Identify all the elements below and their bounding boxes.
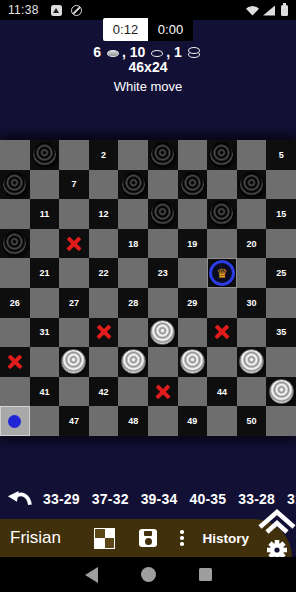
square-29[interactable]: 29 (178, 288, 208, 318)
square-32[interactable] (89, 318, 119, 348)
move-origin-dot (8, 415, 21, 428)
light-square (118, 377, 148, 407)
light-square (178, 318, 208, 348)
white-king-piece[interactable]: ♛ (209, 260, 235, 286)
captured-x-icon (207, 318, 237, 348)
light-square (59, 377, 89, 407)
light-square (0, 199, 30, 229)
square-31[interactable]: 31 (30, 318, 60, 348)
status-right-icons (246, 5, 288, 16)
light-square (89, 347, 119, 377)
white-man-piece[interactable] (121, 349, 146, 374)
status-bar: 11:38 (0, 0, 296, 20)
captured-x-icon (59, 229, 89, 259)
square-number: 2 (101, 150, 106, 160)
square-6[interactable] (0, 170, 30, 200)
square-30[interactable]: 30 (237, 288, 267, 318)
turn-indicator: White move (0, 80, 296, 93)
light-square (266, 347, 296, 377)
black-clock: 0:00 (148, 18, 193, 41)
black-man-piece[interactable] (2, 172, 27, 197)
overflow-menu-button[interactable] (180, 530, 184, 546)
light-square (118, 318, 148, 348)
light-square (0, 140, 30, 170)
light-square (237, 199, 267, 229)
square-11[interactable]: 11 (30, 199, 60, 229)
light-square (0, 377, 30, 407)
square-number: 30 (247, 298, 257, 308)
move-entry[interactable]: 37-32 (92, 491, 129, 507)
square-number: 5 (279, 150, 284, 160)
square-27[interactable]: 27 (59, 288, 89, 318)
light-square (178, 377, 208, 407)
settings-fab[interactable] (256, 504, 296, 557)
android-nav-bar (0, 557, 296, 592)
square-number: 23 (158, 268, 168, 278)
light-square (118, 140, 148, 170)
white-man-piece[interactable] (269, 379, 294, 404)
square-number: 44 (217, 387, 227, 397)
square-34[interactable] (207, 318, 237, 348)
light-square (30, 170, 60, 200)
square-3[interactable] (148, 140, 178, 170)
square-18[interactable]: 18 (118, 229, 148, 259)
game-clocks: 0:12 0:00 (0, 18, 296, 41)
square-14[interactable] (207, 199, 237, 229)
move-entry[interactable]: 40-35 (189, 491, 226, 507)
light-square (266, 229, 296, 259)
square-number: 12 (99, 209, 109, 219)
square-37[interactable] (59, 347, 89, 377)
square-47[interactable]: 47 (59, 406, 89, 436)
status-left-icons (51, 5, 82, 16)
light-square (118, 199, 148, 229)
square-number: 22 (99, 268, 109, 278)
light-square (148, 288, 178, 318)
square-40[interactable] (237, 347, 267, 377)
square-8[interactable] (118, 170, 148, 200)
square-13[interactable] (148, 199, 178, 229)
game-summary: 6 , 10 , 1 46x24 White move (0, 45, 296, 93)
square-36[interactable] (0, 347, 30, 377)
board-theme-button[interactable] (94, 528, 115, 549)
light-square (178, 140, 208, 170)
light-square (118, 258, 148, 288)
square-39[interactable] (178, 347, 208, 377)
square-number: 29 (187, 298, 197, 308)
light-square (266, 406, 296, 436)
square-15[interactable]: 15 (266, 199, 296, 229)
square-20[interactable]: 20 (237, 229, 267, 259)
light-square (148, 229, 178, 259)
square-45[interactable] (266, 377, 296, 407)
current-move-label: 46x24 (0, 60, 296, 74)
square-number: 35 (276, 327, 286, 337)
square-number: 49 (187, 416, 197, 426)
light-square (237, 318, 267, 348)
history-button[interactable]: History (203, 531, 250, 546)
light-square (89, 229, 119, 259)
light-square (207, 229, 237, 259)
square-38[interactable] (118, 347, 148, 377)
black-man-piece[interactable] (121, 172, 146, 197)
square-16[interactable] (0, 229, 30, 259)
light-square (30, 406, 60, 436)
undo-button[interactable] (7, 489, 34, 509)
light-square (0, 318, 30, 348)
square-number: 31 (39, 327, 49, 337)
white-man-count-icon (107, 47, 120, 58)
light-square (89, 288, 119, 318)
square-2[interactable]: 2 (89, 140, 119, 170)
square-50[interactable]: 50 (237, 406, 267, 436)
square-number: 50 (247, 416, 257, 426)
black-man-piece[interactable] (150, 142, 175, 167)
crown-icon: ♛ (216, 267, 228, 280)
square-26[interactable]: 26 (0, 288, 30, 318)
square-33[interactable] (148, 318, 178, 348)
variant-title: Frisian (10, 528, 61, 548)
recents-button[interactable] (199, 568, 212, 581)
light-square (148, 170, 178, 200)
save-button[interactable] (139, 529, 157, 547)
light-square (207, 288, 237, 318)
square-49[interactable]: 49 (178, 406, 208, 436)
square-41[interactable]: 41 (30, 377, 60, 407)
square-number: 47 (69, 416, 79, 426)
screenshot-icon (51, 5, 62, 16)
bottom-toolbar: Frisian History (0, 519, 292, 557)
light-square (59, 258, 89, 288)
light-square (266, 170, 296, 200)
square-21[interactable]: 21 (30, 258, 60, 288)
white-clock: 0:12 (103, 18, 148, 41)
move-entry[interactable]: 39-34 (141, 491, 178, 507)
do-not-disturb-icon (71, 5, 82, 16)
square-number: 20 (247, 239, 257, 249)
square-1[interactable] (30, 140, 60, 170)
light-square (30, 347, 60, 377)
square-7[interactable]: 7 (59, 170, 89, 200)
white-man-piece[interactable] (150, 320, 175, 345)
light-square (59, 318, 89, 348)
battery-icon (281, 5, 288, 16)
black-man-piece[interactable] (150, 201, 175, 226)
white-man-piece[interactable] (61, 349, 86, 374)
light-square (178, 199, 208, 229)
light-square (237, 377, 267, 407)
square-number: 25 (276, 268, 286, 278)
home-button[interactable] (141, 567, 156, 582)
square-5[interactable]: 5 (266, 140, 296, 170)
square-43[interactable] (148, 377, 178, 407)
square-42[interactable]: 42 (89, 377, 119, 407)
square-44[interactable]: 44 (207, 377, 237, 407)
square-25[interactable]: 25 (266, 258, 296, 288)
captured-x-icon (89, 318, 119, 348)
black-man-piece[interactable] (209, 142, 234, 167)
square-number: 19 (187, 239, 197, 249)
white-man-piece[interactable] (239, 349, 264, 374)
light-square (148, 406, 178, 436)
light-square (207, 347, 237, 377)
move-history-row: 33-2937-3239-3440-3533-2831 (0, 486, 296, 512)
light-square (207, 170, 237, 200)
black-man-piece[interactable] (32, 142, 57, 167)
light-square (0, 258, 30, 288)
captured-x-icon (0, 347, 30, 377)
square-22[interactable]: 22 (89, 258, 119, 288)
square-9[interactable] (178, 170, 208, 200)
clock-time: 11:38 (8, 3, 39, 17)
black-man-piece[interactable] (239, 172, 264, 197)
square-24[interactable]: ♛ (207, 258, 237, 288)
cell-signal-icon (263, 6, 275, 16)
square-4[interactable] (207, 140, 237, 170)
square-number: 15 (276, 209, 286, 219)
light-square (89, 170, 119, 200)
square-35[interactable]: 35 (266, 318, 296, 348)
captured-x-icon (148, 377, 178, 407)
app-screen: 11:38 0:12 0:00 6 , 10 , 1 46x24 White m… (0, 0, 296, 592)
white-king-count-icon (188, 47, 201, 58)
light-square (89, 406, 119, 436)
light-square (59, 199, 89, 229)
gear-icon (267, 540, 287, 557)
light-square (207, 406, 237, 436)
square-number: 21 (39, 268, 49, 278)
square-28[interactable]: 28 (118, 288, 148, 318)
light-square (237, 140, 267, 170)
square-number: 28 (128, 298, 138, 308)
black-man-count-icon (151, 47, 164, 58)
square-number: 42 (99, 387, 109, 397)
square-23[interactable]: 23 (148, 258, 178, 288)
square-19[interactable]: 19 (178, 229, 208, 259)
back-button[interactable] (85, 567, 98, 583)
square-17[interactable] (59, 229, 89, 259)
light-square (237, 258, 267, 288)
square-number: 26 (10, 298, 20, 308)
square-12[interactable]: 12 (89, 199, 119, 229)
square-number: 7 (71, 179, 76, 189)
black-man-piece[interactable] (209, 201, 234, 226)
square-number: 41 (39, 387, 49, 397)
black-man-piece[interactable] (180, 172, 205, 197)
square-number: 11 (40, 209, 50, 219)
light-square (178, 258, 208, 288)
square-number: 18 (128, 239, 138, 249)
black-man-piece[interactable] (2, 231, 27, 256)
move-entry[interactable]: 33-29 (43, 491, 80, 507)
wifi-icon (246, 6, 259, 16)
light-square (30, 288, 60, 318)
square-46[interactable] (0, 406, 30, 436)
light-square (59, 140, 89, 170)
square-48[interactable]: 48 (118, 406, 148, 436)
square-number: 48 (128, 416, 138, 426)
white-man-piece[interactable] (180, 349, 205, 374)
square-10[interactable] (237, 170, 267, 200)
light-square (30, 229, 60, 259)
light-square (266, 288, 296, 318)
square-number: 27 (69, 298, 79, 308)
board: 257111215181920212223♛252627282930313541… (0, 140, 296, 436)
piece-counts: 6 , 10 , 1 (0, 45, 296, 59)
light-square (148, 347, 178, 377)
